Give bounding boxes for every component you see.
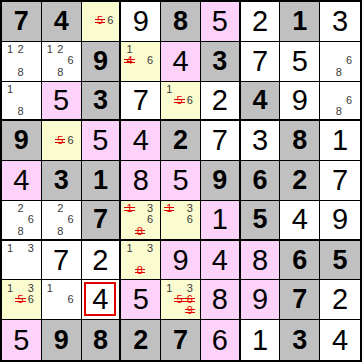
solved-digit: 2 (332, 285, 348, 314)
cell-r4c7[interactable]: 3 (241, 121, 281, 161)
given-digit: 9 (212, 167, 227, 194)
cell-r8c4[interactable]: 5 (121, 280, 161, 320)
cell-r5c7[interactable]: 6 (241, 161, 281, 201)
given-digit: 2 (133, 327, 148, 354)
cell-r7c3[interactable]: 2 (82, 241, 122, 281)
solved-digit: 5 (292, 47, 308, 76)
cell-r2c3[interactable]: 9 (82, 42, 122, 82)
cell-r5c3[interactable]: 1 (82, 161, 122, 201)
cell-r6c6[interactable]: 1 (201, 201, 241, 241)
cell-r4c3[interactable]: 5 (82, 121, 122, 161)
candidate-digit: 1 (5, 44, 15, 55)
candidate-digit: 1 (5, 282, 15, 293)
candidate-digit-eliminated: 5 (174, 294, 184, 305)
solved-digit: 5 (212, 7, 228, 36)
candidate-digit: 6 (145, 55, 155, 66)
candidate-digit: 2 (55, 203, 65, 214)
cell-r1c9[interactable]: 3 (320, 2, 360, 42)
cell-r2c8[interactable]: 5 (280, 42, 320, 82)
candidate-digit: 8 (15, 106, 25, 117)
candidates: 268 (45, 203, 76, 237)
given-digit: 7 (14, 8, 29, 35)
solved-digit: 4 (13, 166, 29, 195)
cell-r6c7[interactable]: 5 (241, 201, 281, 241)
cell-r9c1[interactable]: 5 (2, 320, 42, 360)
cell-r1c1[interactable]: 7 (2, 2, 42, 42)
candidate-digit: 8 (15, 66, 25, 77)
candidate-digit: 3 (145, 243, 155, 254)
cell-r9c6[interactable]: 6 (201, 320, 241, 360)
solved-digit: 8 (252, 246, 268, 275)
given-digit: 1 (93, 167, 108, 194)
cell-r2c2[interactable]: 1268 (42, 42, 82, 82)
given-digit: 5 (333, 247, 348, 274)
candidate-digit: 8 (15, 226, 25, 237)
candidates: 13 (5, 243, 36, 277)
cell-r8c9[interactable]: 2 (320, 280, 360, 320)
given-digit: 4 (253, 87, 268, 114)
candidate-digit: 6 (185, 95, 195, 106)
given-digit: 6 (292, 247, 307, 274)
candidate-digit: 6 (105, 15, 115, 26)
cell-r4c5[interactable]: 2 (161, 121, 201, 161)
cell-r3c3[interactable]: 3 (82, 82, 122, 122)
solved-digit: 4 (92, 285, 108, 314)
cell-r8c7[interactable]: 9 (241, 280, 281, 320)
solved-digit: 4 (212, 246, 228, 275)
candidate-digit-eliminated: 1 (164, 203, 174, 214)
given-digit: 8 (292, 127, 307, 154)
cell-r4c9[interactable]: 1 (320, 121, 360, 161)
candidate-digit-eliminated: 9 (185, 305, 195, 316)
cell-r5c4[interactable]: 8 (121, 161, 161, 201)
given-digit: 8 (93, 327, 108, 354)
candidates: 1368 (124, 203, 155, 237)
solved-digit: 7 (53, 246, 69, 275)
solved-digit: 3 (332, 7, 348, 36)
solved-digit: 1 (252, 326, 268, 355)
solved-digit: 7 (212, 126, 228, 155)
candidates: 68 (323, 84, 354, 118)
candidates: 56 (45, 123, 76, 157)
candidate-digit: 1 (124, 243, 134, 254)
cell-r4c2[interactable]: 56 (42, 121, 82, 161)
solved-digit: 9 (292, 86, 308, 115)
solved-digit: 5 (53, 86, 69, 115)
cell-r1c8[interactable]: 1 (280, 2, 320, 42)
cell-r9c5[interactable]: 7 (161, 320, 201, 360)
candidate-digit: 6 (65, 214, 75, 225)
candidate-digit-eliminated: 5 (55, 135, 65, 146)
cell-r8c5[interactable]: 13569 (161, 280, 201, 320)
candidate-digit-eliminated: 5 (15, 294, 25, 305)
given-digit: 3 (93, 87, 108, 114)
solved-digit: 7 (133, 86, 149, 115)
cell-r2c7[interactable]: 7 (241, 42, 281, 82)
cell-r7c6[interactable]: 4 (201, 241, 241, 281)
given-digit: 9 (54, 327, 69, 354)
cell-r3c2[interactable]: 5 (42, 82, 82, 122)
candidate-digit: 8 (55, 226, 65, 237)
solved-digit: 5 (92, 126, 108, 155)
given-digit: 3 (54, 167, 69, 194)
cell-r8c3-selected[interactable]: 4 (82, 280, 122, 320)
cell-r8c1[interactable]: 1356 (2, 280, 42, 320)
candidate-digit: 8 (334, 106, 344, 117)
solved-digit: 8 (133, 166, 149, 195)
cell-r6c4[interactable]: 1368 (121, 201, 161, 241)
candidate-digit: 1 (5, 243, 15, 254)
candidate-digit-eliminated: 8 (135, 265, 145, 276)
candidate-digit: 6 (145, 214, 155, 225)
given-digit: 5 (253, 206, 268, 233)
candidates: 1268 (45, 44, 76, 78)
given-digit: 1 (292, 8, 307, 35)
solved-digit: 5 (172, 166, 188, 195)
cell-r7c4[interactable]: 138 (121, 241, 161, 281)
candidates: 1356 (5, 282, 36, 316)
given-digit: 2 (173, 127, 188, 154)
candidates: 16 (45, 282, 76, 316)
candidate-digit: 1 (45, 282, 55, 293)
candidate-digit: 1 (164, 84, 174, 95)
candidate-digit: 6 (65, 135, 75, 146)
candidates: 136 (164, 203, 195, 237)
cell-r6c8[interactable]: 4 (280, 201, 320, 241)
solved-digit: 4 (133, 126, 149, 155)
cell-r1c3[interactable]: 56 (82, 2, 122, 42)
solved-digit: 7 (332, 166, 348, 195)
candidate-digit: 6 (344, 95, 354, 106)
cell-r4c1[interactable]: 9 (2, 121, 42, 161)
solved-digit: 7 (252, 47, 268, 76)
solved-digit: 9 (252, 285, 268, 314)
candidate-digit-eliminated: 5 (174, 95, 184, 106)
cell-r3c8[interactable]: 9 (280, 82, 320, 122)
cell-r1c6[interactable]: 5 (201, 2, 241, 42)
candidate-digit: 1 (164, 282, 174, 293)
candidate-digit: 6 (26, 214, 36, 225)
candidate-digit-eliminated: 5 (95, 15, 105, 26)
solved-digit: 4 (332, 326, 348, 355)
candidate-digit: 6 (26, 294, 36, 305)
cell-r1c5[interactable]: 8 (161, 2, 201, 42)
solved-digit: 9 (332, 205, 348, 234)
cell-r9c8[interactable]: 3 (280, 320, 320, 360)
cell-r2c1[interactable]: 128 (2, 42, 42, 82)
solved-digit: 6 (212, 326, 228, 355)
solved-digit: 2 (92, 246, 108, 275)
cell-r9c9[interactable]: 4 (320, 320, 360, 360)
cell-r7c7[interactable]: 8 (241, 241, 281, 281)
cell-r3c1[interactable]: 18 (2, 82, 42, 122)
given-digit: 7 (292, 286, 307, 313)
cell-r7c2[interactable]: 7 (42, 241, 82, 281)
solved-digit: 5 (13, 326, 29, 355)
cell-r4c8[interactable]: 8 (280, 121, 320, 161)
solved-digit: 5 (133, 285, 149, 314)
given-digit: 8 (173, 8, 188, 35)
given-digit: 2 (292, 167, 307, 194)
cell-r6c2[interactable]: 268 (42, 201, 82, 241)
cell-r8c6[interactable]: 8 (201, 280, 241, 320)
given-digit: 7 (173, 327, 188, 354)
solved-digit: 4 (292, 205, 308, 234)
cell-r2c4[interactable]: 146 (121, 42, 161, 82)
cell-r9c2[interactable]: 9 (42, 320, 82, 360)
cell-r2c5[interactable]: 4 (161, 42, 201, 82)
cell-r2c9[interactable]: 68 (320, 42, 360, 82)
candidate-digit-eliminated: 4 (124, 55, 134, 66)
candidates: 146 (124, 44, 155, 78)
candidate-digit: 8 (334, 66, 344, 77)
cell-r4c4[interactable]: 4 (121, 121, 161, 161)
candidates: 13569 (164, 282, 195, 316)
solved-digit: 1 (332, 126, 348, 155)
given-digit: 6 (253, 167, 268, 194)
cell-r6c9[interactable]: 9 (320, 201, 360, 241)
given-digit: 3 (212, 48, 227, 75)
cell-r4c6[interactable]: 7 (201, 121, 241, 161)
solved-digit: 2 (252, 7, 268, 36)
candidate-digit: 2 (55, 44, 65, 55)
candidate-digit-eliminated: 8 (135, 226, 145, 237)
cell-r6c1[interactable]: 268 (2, 201, 42, 241)
solved-digit: 8 (212, 285, 228, 314)
candidates: 128 (5, 44, 36, 78)
cell-r2c6[interactable]: 3 (201, 42, 241, 82)
cell-r3c9[interactable]: 68 (320, 82, 360, 122)
cell-r8c8[interactable]: 7 (280, 280, 320, 320)
cell-r5c5[interactable]: 5 (161, 161, 201, 201)
candidates: 56 (85, 4, 116, 38)
cell-r6c5[interactable]: 136 (161, 201, 201, 241)
cell-r8c2[interactable]: 16 (42, 280, 82, 320)
candidates: 138 (124, 243, 155, 277)
cell-r3c6[interactable]: 2 (201, 82, 241, 122)
candidate-digit: 2 (15, 203, 25, 214)
cell-r7c5[interactable]: 9 (161, 241, 201, 281)
given-digit: 3 (292, 327, 307, 354)
candidate-digit: 8 (55, 66, 65, 77)
sudoku-board: 7456985213128126891464375681853715624968… (0, 0, 362, 362)
given-digit: 4 (54, 8, 69, 35)
candidate-digit: 1 (5, 84, 15, 95)
solved-digit: 1 (212, 205, 228, 234)
candidate-digit: 6 (65, 55, 75, 66)
cell-r5c6[interactable]: 9 (201, 161, 241, 201)
candidate-digit: 6 (344, 55, 354, 66)
cell-r3c5[interactable]: 156 (161, 82, 201, 122)
cell-r5c9[interactable]: 7 (320, 161, 360, 201)
candidate-digit-eliminated: 1 (124, 203, 134, 214)
cell-r3c7[interactable]: 4 (241, 82, 281, 122)
cell-r9c7[interactable]: 1 (241, 320, 281, 360)
solved-digit: 9 (133, 7, 149, 36)
solved-digit: 3 (252, 126, 268, 155)
given-digit: 9 (93, 48, 108, 75)
cell-r9c3[interactable]: 8 (82, 320, 122, 360)
cell-r5c1[interactable]: 4 (2, 161, 42, 201)
solved-digit: 9 (172, 246, 188, 275)
candidates: 156 (164, 84, 195, 118)
cell-r7c1[interactable]: 13 (2, 241, 42, 281)
candidates: 18 (5, 84, 36, 118)
cell-r6c3[interactable]: 7 (82, 201, 122, 241)
candidate-digit: 1 (45, 44, 55, 55)
candidates: 268 (5, 203, 36, 237)
cell-r3c4[interactable]: 7 (121, 82, 161, 122)
solved-digit: 2 (212, 86, 228, 115)
candidates: 68 (323, 44, 354, 78)
given-digit: 9 (14, 127, 29, 154)
cell-r7c9[interactable]: 5 (320, 241, 360, 281)
candidate-digit: 6 (185, 214, 195, 225)
cell-r7c8[interactable]: 6 (280, 241, 320, 281)
cell-r5c8[interactable]: 2 (280, 161, 320, 201)
candidate-digit: 3 (26, 243, 36, 254)
given-digit: 7 (93, 206, 108, 233)
solved-digit: 4 (172, 47, 188, 76)
cell-r5c2[interactable]: 3 (42, 161, 82, 201)
cell-r1c4[interactable]: 9 (121, 2, 161, 42)
candidate-digit: 2 (15, 44, 25, 55)
cell-r1c2[interactable]: 4 (42, 2, 82, 42)
cell-r9c4[interactable]: 2 (121, 320, 161, 360)
candidate-digit: 6 (65, 294, 75, 305)
cell-r1c7[interactable]: 2 (241, 2, 281, 42)
